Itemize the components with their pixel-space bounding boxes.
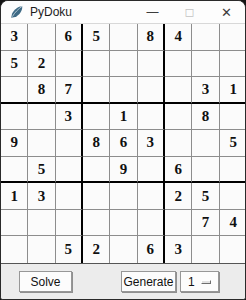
solve-button[interactable]: Solve (19, 271, 72, 292)
cell-r1c3[interactable]: 6 (56, 24, 83, 51)
cell-r5c2[interactable] (28, 130, 55, 157)
cell-r9c4[interactable]: 2 (83, 236, 110, 263)
cell-r7c8[interactable]: 5 (192, 183, 219, 210)
cell-r4c8[interactable]: 8 (192, 104, 219, 131)
cell-r3c3[interactable]: 7 (56, 77, 83, 104)
cell-r1c6[interactable]: 8 (138, 24, 165, 51)
minimize-button[interactable]: — (134, 1, 171, 23)
cell-r3c5[interactable] (110, 77, 137, 104)
cell-r3c1[interactable] (1, 77, 28, 104)
cell-r9c2[interactable] (28, 236, 55, 263)
cell-r5c4[interactable]: 8 (83, 130, 110, 157)
cell-r6c3[interactable] (56, 157, 83, 184)
cell-r8c4[interactable] (83, 210, 110, 237)
cell-r9c9[interactable] (220, 236, 246, 263)
cell-r2c6[interactable] (138, 51, 165, 78)
cell-r4c2[interactable] (28, 104, 55, 131)
cell-r5c6[interactable]: 3 (138, 130, 165, 157)
cell-r9c7[interactable]: 3 (165, 236, 192, 263)
cell-r5c8[interactable] (192, 130, 219, 157)
cell-r5c5[interactable]: 6 (110, 130, 137, 157)
cell-r1c9[interactable] (220, 24, 246, 51)
cell-r1c1[interactable]: 3 (1, 24, 28, 51)
pydoku-window: PyDoku — ◻ ✕ 365845287313189863559613257… (0, 0, 246, 300)
cell-r3c6[interactable] (138, 77, 165, 104)
cell-r6c8[interactable] (192, 157, 219, 184)
cell-r5c9[interactable]: 5 (220, 130, 246, 157)
dropdown-indicator-icon (201, 280, 211, 284)
control-bar: Solve Generate 1 (1, 264, 245, 300)
level-dropdown-value: 1 (188, 275, 195, 289)
cell-r5c3[interactable] (56, 130, 83, 157)
cell-r2c7[interactable] (165, 51, 192, 78)
cell-r8c2[interactable] (28, 210, 55, 237)
cell-r8c7[interactable] (165, 210, 192, 237)
cell-r6c7[interactable]: 6 (165, 157, 192, 184)
cell-r4c6[interactable] (138, 104, 165, 131)
tk-feather-icon (10, 5, 24, 19)
cell-r9c8[interactable] (192, 236, 219, 263)
close-button[interactable]: ✕ (208, 1, 245, 23)
cell-r7c3[interactable] (56, 183, 83, 210)
cell-r4c9[interactable] (220, 104, 246, 131)
cell-r6c9[interactable] (220, 157, 246, 184)
cell-r6c1[interactable] (1, 157, 28, 184)
cell-r3c8[interactable]: 3 (192, 77, 219, 104)
cell-r7c1[interactable]: 1 (1, 183, 28, 210)
cell-r1c5[interactable] (110, 24, 137, 51)
cell-r1c8[interactable] (192, 24, 219, 51)
cell-r7c9[interactable] (220, 183, 246, 210)
cell-r8c8[interactable]: 7 (192, 210, 219, 237)
cell-r9c6[interactable]: 6 (138, 236, 165, 263)
cell-r8c3[interactable] (56, 210, 83, 237)
cell-r6c6[interactable] (138, 157, 165, 184)
cell-r6c5[interactable]: 9 (110, 157, 137, 184)
cell-r5c1[interactable]: 9 (1, 130, 28, 157)
cell-r3c9[interactable]: 1 (220, 77, 246, 104)
cell-r7c4[interactable] (83, 183, 110, 210)
cell-r4c5[interactable]: 1 (110, 104, 137, 131)
cell-r2c9[interactable] (220, 51, 246, 78)
cell-r7c7[interactable]: 2 (165, 183, 192, 210)
cell-r3c4[interactable] (83, 77, 110, 104)
cell-r2c5[interactable] (110, 51, 137, 78)
cell-r1c2[interactable] (28, 24, 55, 51)
cell-r2c3[interactable] (56, 51, 83, 78)
cell-r7c6[interactable] (138, 183, 165, 210)
cell-r4c1[interactable] (1, 104, 28, 131)
cell-r1c7[interactable]: 4 (165, 24, 192, 51)
cell-r2c1[interactable]: 5 (1, 51, 28, 78)
cell-r4c3[interactable]: 3 (56, 104, 83, 131)
cell-r8c5[interactable] (110, 210, 137, 237)
titlebar: PyDoku — ◻ ✕ (1, 1, 245, 24)
generate-button[interactable]: Generate (121, 271, 176, 292)
cell-r3c2[interactable]: 8 (28, 77, 55, 104)
cell-r7c5[interactable] (110, 183, 137, 210)
cell-r2c4[interactable] (83, 51, 110, 78)
cell-r4c7[interactable] (165, 104, 192, 131)
level-dropdown[interactable]: 1 (180, 271, 219, 292)
sudoku-board: 36584528731318986355961325745263 (1, 24, 246, 264)
cell-r2c2[interactable]: 2 (28, 51, 55, 78)
cell-r9c3[interactable]: 5 (56, 236, 83, 263)
cell-r3c7[interactable] (165, 77, 192, 104)
cell-r6c4[interactable] (83, 157, 110, 184)
window-title: PyDoku (30, 5, 72, 19)
cell-r9c5[interactable] (110, 236, 137, 263)
cell-r8c6[interactable] (138, 210, 165, 237)
cell-r8c1[interactable] (1, 210, 28, 237)
cell-r6c2[interactable]: 5 (28, 157, 55, 184)
cell-r4c4[interactable] (83, 104, 110, 131)
cell-r7c2[interactable]: 3 (28, 183, 55, 210)
cell-r5c7[interactable] (165, 130, 192, 157)
maximize-button[interactable]: ◻ (171, 1, 208, 23)
cell-r2c8[interactable] (192, 51, 219, 78)
cell-r8c9[interactable]: 4 (220, 210, 246, 237)
cell-r9c1[interactable] (1, 236, 28, 263)
cell-r1c4[interactable]: 5 (83, 24, 110, 51)
